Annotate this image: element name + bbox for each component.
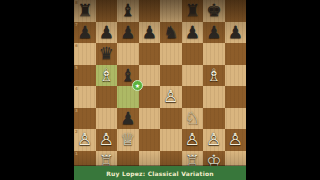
piece-white-queen[interactable]: ♕ xyxy=(117,129,139,151)
square-a4[interactable]: 4 xyxy=(74,86,96,108)
square-b4[interactable] xyxy=(96,86,118,108)
rank-label-6: 6 xyxy=(75,43,78,48)
piece-white-pawn[interactable]: ♙ xyxy=(203,129,225,151)
piece-black-queen[interactable]: ♛ xyxy=(96,43,118,65)
piece-black-pawn[interactable]: ♟ xyxy=(96,22,118,44)
square-f3[interactable]: ♘ xyxy=(182,108,204,130)
square-c7[interactable]: ♟ xyxy=(117,22,139,44)
square-d3[interactable] xyxy=(139,108,161,130)
square-e5[interactable] xyxy=(160,65,182,87)
square-b7[interactable]: ♟ xyxy=(96,22,118,44)
square-e4[interactable]: ♙ xyxy=(160,86,182,108)
piece-black-pawn[interactable]: ♟ xyxy=(117,22,139,44)
chess-board: 8♜♝♜♚7♟♟♟♟♞♟♟♟6♛5♗♝♗4♙3♟♘2♙♙♕♙♙♙1♖♖♔ xyxy=(74,0,246,172)
square-a6[interactable]: 6 xyxy=(74,43,96,65)
square-g6[interactable] xyxy=(203,43,225,65)
piece-white-pawn[interactable]: ♙ xyxy=(160,86,182,108)
square-e7[interactable]: ♞ xyxy=(160,22,182,44)
square-g3[interactable] xyxy=(203,108,225,130)
piece-black-pawn[interactable]: ♟ xyxy=(117,108,139,130)
square-g5[interactable]: ♗ xyxy=(203,65,225,87)
piece-black-knight[interactable]: ♞ xyxy=(160,22,182,44)
square-a2[interactable]: 2♙ xyxy=(74,129,96,151)
best-move-star-icon: ★ xyxy=(132,80,143,91)
square-h8[interactable] xyxy=(225,0,247,22)
square-d4[interactable] xyxy=(139,86,161,108)
letterbox-right xyxy=(246,0,320,180)
square-h7[interactable]: ♟ xyxy=(225,22,247,44)
piece-black-pawn[interactable]: ♟ xyxy=(182,22,204,44)
square-f5[interactable] xyxy=(182,65,204,87)
square-g2[interactable]: ♙ xyxy=(203,129,225,151)
square-c6[interactable] xyxy=(117,43,139,65)
square-f8[interactable]: ♜ xyxy=(182,0,204,22)
piece-black-rook[interactable]: ♜ xyxy=(182,0,204,22)
letterbox-left xyxy=(0,0,74,180)
square-g8[interactable]: ♚ xyxy=(203,0,225,22)
square-g4[interactable] xyxy=(203,86,225,108)
piece-white-knight[interactable]: ♘ xyxy=(182,108,204,130)
square-h2[interactable]: ♙ xyxy=(225,129,247,151)
square-e3[interactable] xyxy=(160,108,182,130)
square-e6[interactable] xyxy=(160,43,182,65)
square-h3[interactable] xyxy=(225,108,247,130)
piece-white-pawn[interactable]: ♙ xyxy=(182,129,204,151)
square-d7[interactable]: ♟ xyxy=(139,22,161,44)
piece-black-pawn[interactable]: ♟ xyxy=(203,22,225,44)
rank-label-1: 1 xyxy=(75,151,78,156)
square-f2[interactable]: ♙ xyxy=(182,129,204,151)
piece-white-pawn[interactable]: ♙ xyxy=(225,129,247,151)
square-d2[interactable] xyxy=(139,129,161,151)
piece-white-bishop[interactable]: ♗ xyxy=(96,65,118,87)
square-h4[interactable] xyxy=(225,86,247,108)
square-b2[interactable]: ♙ xyxy=(96,129,118,151)
rank-label-8: 8 xyxy=(75,0,78,5)
piece-white-bishop[interactable]: ♗ xyxy=(203,65,225,87)
square-h5[interactable] xyxy=(225,65,247,87)
square-e8[interactable] xyxy=(160,0,182,22)
star-glyph: ★ xyxy=(135,81,140,90)
video-frame: 8♜♝♜♚7♟♟♟♟♞♟♟♟6♛5♗♝♗4♙3♟♘2♙♙♕♙♙♙1♖♖♔ ★ R… xyxy=(0,0,320,180)
square-f4[interactable] xyxy=(182,86,204,108)
piece-black-pawn[interactable]: ♟ xyxy=(139,22,161,44)
piece-black-king[interactable]: ♚ xyxy=(203,0,225,22)
square-a8[interactable]: 8♜ xyxy=(74,0,96,22)
square-g7[interactable]: ♟ xyxy=(203,22,225,44)
square-c2[interactable]: ♕ xyxy=(117,129,139,151)
square-h6[interactable] xyxy=(225,43,247,65)
square-a5[interactable]: 5 xyxy=(74,65,96,87)
rank-label-2: 2 xyxy=(75,129,78,134)
square-b3[interactable] xyxy=(96,108,118,130)
square-a3[interactable]: 3 xyxy=(74,108,96,130)
opening-name-label: Ruy Lopez: Classical Variation xyxy=(106,170,213,177)
square-d8[interactable] xyxy=(139,0,161,22)
square-b5[interactable]: ♗ xyxy=(96,65,118,87)
piece-white-pawn[interactable]: ♙ xyxy=(96,129,118,151)
square-c3[interactable]: ♟ xyxy=(117,108,139,130)
piece-black-bishop[interactable]: ♝ xyxy=(117,0,139,22)
square-b8[interactable] xyxy=(96,0,118,22)
square-f7[interactable]: ♟ xyxy=(182,22,204,44)
square-f6[interactable] xyxy=(182,43,204,65)
rank-label-3: 3 xyxy=(75,108,78,113)
square-e2[interactable] xyxy=(160,129,182,151)
square-d6[interactable] xyxy=(139,43,161,65)
rank-label-4: 4 xyxy=(75,86,78,91)
rank-label-5: 5 xyxy=(75,65,78,70)
piece-black-pawn[interactable]: ♟ xyxy=(225,22,247,44)
opening-name-banner: Ruy Lopez: Classical Variation xyxy=(73,166,247,180)
rank-label-7: 7 xyxy=(75,22,78,27)
square-b6[interactable]: ♛ xyxy=(96,43,118,65)
square-a7[interactable]: 7♟ xyxy=(74,22,96,44)
square-c8[interactable]: ♝ xyxy=(117,0,139,22)
